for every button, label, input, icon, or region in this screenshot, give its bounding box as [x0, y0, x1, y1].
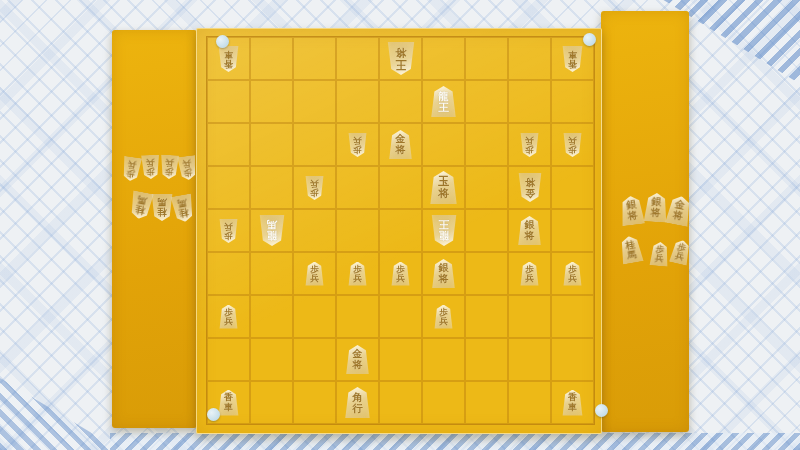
- cell-2a[interactable]: [508, 37, 551, 80]
- cell-3e[interactable]: [465, 209, 508, 252]
- kanji-glyph: 角: [352, 392, 363, 403]
- cell-1e[interactable]: [551, 209, 594, 252]
- cell-2g[interactable]: [508, 295, 551, 338]
- piece-gote-king-5a[interactable]: 王将: [387, 42, 415, 75]
- kanji-glyph: 王: [438, 220, 449, 231]
- cell-6e[interactable]: [336, 209, 379, 252]
- kanji-glyph: 龍: [438, 231, 449, 242]
- cell-2e[interactable]: 銀将: [508, 209, 551, 252]
- cell-7g[interactable]: [293, 295, 336, 338]
- piece-sente-bishop-6i[interactable]: 角行: [345, 387, 371, 418]
- cell-5i[interactable]: [379, 381, 422, 424]
- kanji-glyph: 兵: [165, 158, 174, 167]
- kanji-glyph: 金: [525, 188, 535, 198]
- kanji-glyph: 兵: [439, 317, 448, 326]
- kanji-glyph: 馬: [266, 220, 277, 231]
- cell-1g[interactable]: [551, 295, 594, 338]
- cell-3g[interactable]: [465, 295, 508, 338]
- cell-4c[interactable]: [422, 123, 465, 166]
- kanji-glyph: 兵: [396, 274, 405, 283]
- cell-2h[interactable]: [508, 338, 551, 381]
- cell-4a[interactable]: [422, 37, 465, 80]
- cell-5b[interactable]: [379, 80, 422, 123]
- piece-sente-pawn-1f[interactable]: 歩兵: [563, 262, 582, 286]
- cell-9f[interactable]: [207, 252, 250, 295]
- kanji-glyph: 兵: [655, 254, 664, 263]
- piece-gote-pawn-7d[interactable]: 歩兵: [305, 176, 324, 200]
- corner-sticker-top-right: [583, 33, 596, 46]
- cell-1b[interactable]: [551, 80, 594, 123]
- cell-8f[interactable]: [250, 252, 293, 295]
- kanji-glyph: 車: [224, 49, 233, 58]
- cell-1f[interactable]: 歩兵: [551, 252, 594, 295]
- cell-8e[interactable]: 龍馬: [250, 209, 293, 252]
- cell-3a[interactable]: [465, 37, 508, 80]
- shogi-scene: 香車王将香車龍王歩兵金将歩兵歩兵歩兵玉将金将歩兵龍馬龍王銀将歩兵歩兵歩兵銀将歩兵…: [0, 0, 800, 450]
- tablecloth-stripe-bottom: [110, 433, 800, 450]
- cell-4e[interactable]: 龍王: [422, 209, 465, 252]
- kanji-glyph: 兵: [127, 160, 137, 170]
- kanji-glyph: 車: [224, 403, 233, 412]
- cell-5g[interactable]: [379, 295, 422, 338]
- kanji-glyph: 歩: [146, 167, 155, 176]
- piece-sente-silver-2e[interactable]: 銀将: [518, 216, 542, 245]
- cell-5e[interactable]: [379, 209, 422, 252]
- cell-4g[interactable]: 歩兵: [422, 295, 465, 338]
- piece-sente-pawn-9g[interactable]: 歩兵: [219, 305, 238, 329]
- shogi-grid: 香車王将香車龍王歩兵金将歩兵歩兵歩兵玉将金将歩兵龍馬龍王銀将歩兵歩兵歩兵銀将歩兵…: [207, 37, 594, 424]
- cell-6g[interactable]: [336, 295, 379, 338]
- kanji-glyph: 馬: [177, 198, 188, 209]
- kanji-glyph: 兵: [568, 274, 577, 283]
- kanji-glyph: 兵: [568, 136, 577, 145]
- cell-1i[interactable]: 香車: [551, 381, 594, 424]
- cell-2i[interactable]: [508, 381, 551, 424]
- cell-4h[interactable]: [422, 338, 465, 381]
- cell-7b[interactable]: [293, 80, 336, 123]
- cell-4i[interactable]: [422, 381, 465, 424]
- kanji-glyph: 銀: [439, 263, 449, 273]
- piece-sente-lance-1i[interactable]: 香車: [562, 390, 583, 416]
- piece-sente-gold-5c[interactable]: 金将: [389, 130, 413, 159]
- cell-8h[interactable]: [250, 338, 293, 381]
- cell-6h[interactable]: 金将: [336, 338, 379, 381]
- piece-sente-pawn-6f[interactable]: 歩兵: [348, 262, 367, 286]
- kanji-glyph: 兵: [146, 158, 155, 167]
- kanji-glyph: 兵: [224, 317, 233, 326]
- cell-5c[interactable]: 金将: [379, 123, 422, 166]
- kanji-glyph: 車: [568, 403, 577, 412]
- cell-3h[interactable]: [465, 338, 508, 381]
- cell-1h[interactable]: [551, 338, 594, 381]
- corner-sticker-bottom-left: [207, 408, 220, 421]
- cell-9e[interactable]: 歩兵: [207, 209, 250, 252]
- kanji-glyph: 車: [568, 49, 577, 58]
- cell-9g[interactable]: 歩兵: [207, 295, 250, 338]
- cell-9b[interactable]: [207, 80, 250, 123]
- kanji-glyph: 龍: [438, 91, 449, 102]
- cell-6f[interactable]: 歩兵: [336, 252, 379, 295]
- kanji-glyph: 龍: [266, 231, 277, 242]
- cell-7e[interactable]: [293, 209, 336, 252]
- cell-4f[interactable]: 銀将: [422, 252, 465, 295]
- kanji-glyph: 桂: [157, 208, 167, 218]
- piece-sente-king-4d[interactable]: 玉将: [430, 171, 458, 204]
- cell-7c[interactable]: [293, 123, 336, 166]
- kanji-glyph: 銀: [525, 220, 535, 230]
- cell-8a[interactable]: [250, 37, 293, 80]
- kanji-glyph: 兵: [310, 179, 319, 188]
- kanji-glyph: 兵: [224, 222, 233, 231]
- piece-sente-dragon-4b[interactable]: 龍王: [431, 86, 457, 117]
- shogi-board: 香車王将香車龍王歩兵金将歩兵歩兵歩兵玉将金将歩兵龍馬龍王銀将歩兵歩兵歩兵銀将歩兵…: [196, 28, 602, 434]
- kanji-glyph: 将: [650, 207, 661, 218]
- komadai-left-gote: [112, 30, 197, 428]
- cell-1c[interactable]: 歩兵: [551, 123, 594, 166]
- piece-gote-pawn-1c[interactable]: 歩兵: [563, 133, 582, 157]
- piece-gote-gold-2d[interactable]: 金将: [518, 173, 542, 202]
- cell-7h[interactable]: [293, 338, 336, 381]
- kanji-glyph: 将: [395, 47, 406, 58]
- cell-6d[interactable]: [336, 166, 379, 209]
- cell-8g[interactable]: [250, 295, 293, 338]
- cell-4d[interactable]: 玉将: [422, 166, 465, 209]
- piece-gote-lance-1a[interactable]: 香車: [562, 46, 583, 72]
- cell-7f[interactable]: 歩兵: [293, 252, 336, 295]
- cell-5f[interactable]: 歩兵: [379, 252, 422, 295]
- cell-3c[interactable]: [465, 123, 508, 166]
- cell-9d[interactable]: [207, 166, 250, 209]
- corner-sticker-top-left: [216, 35, 229, 48]
- cell-3i[interactable]: [465, 381, 508, 424]
- piece-sente-pawn-4g[interactable]: 歩兵: [434, 305, 453, 329]
- kanji-glyph: 兵: [182, 159, 191, 169]
- piece-gote-pawn-6c[interactable]: 歩兵: [348, 133, 367, 157]
- cell-9h[interactable]: [207, 338, 250, 381]
- cell-3b[interactable]: [465, 80, 508, 123]
- cell-5h[interactable]: [379, 338, 422, 381]
- piece-gote-horse-8e[interactable]: 龍馬: [259, 215, 285, 246]
- cell-4b[interactable]: 龍王: [422, 80, 465, 123]
- piece-gote-dragon-4e[interactable]: 龍王: [431, 215, 457, 246]
- piece-sente-pawn-7f[interactable]: 歩兵: [305, 262, 324, 286]
- cell-2f[interactable]: 歩兵: [508, 252, 551, 295]
- kanji-glyph: 王: [438, 102, 449, 113]
- cell-6c[interactable]: 歩兵: [336, 123, 379, 166]
- cell-7d[interactable]: 歩兵: [293, 166, 336, 209]
- kanji-glyph: 将: [353, 360, 363, 370]
- cell-6a[interactable]: [336, 37, 379, 80]
- cell-2b[interactable]: [508, 80, 551, 123]
- kanji-glyph: 兵: [353, 274, 362, 283]
- cell-5d[interactable]: [379, 166, 422, 209]
- cell-7i[interactable]: [293, 381, 336, 424]
- kanji-glyph: 兵: [310, 274, 319, 283]
- kanji-glyph: 王: [395, 59, 406, 70]
- kanji-glyph: 将: [672, 210, 684, 222]
- kanji-glyph: 将: [439, 274, 449, 284]
- cell-8i[interactable]: [250, 381, 293, 424]
- piece-sente-lance-9i[interactable]: 香車: [218, 390, 239, 416]
- cell-8c[interactable]: [250, 123, 293, 166]
- kanji-glyph: 馬: [136, 195, 147, 206]
- kanji-glyph: 将: [525, 177, 535, 187]
- cell-3f[interactable]: [465, 252, 508, 295]
- kanji-glyph: 馬: [626, 249, 637, 260]
- corner-sticker-bottom-right: [595, 404, 608, 417]
- kanji-glyph: 将: [627, 210, 638, 221]
- kanji-glyph: 玉: [438, 176, 449, 187]
- cell-6i[interactable]: 角行: [336, 381, 379, 424]
- cell-8d[interactable]: [250, 166, 293, 209]
- cell-1d[interactable]: [551, 166, 594, 209]
- piece-sente-silver-4f[interactable]: 銀将: [432, 259, 456, 288]
- kanji-glyph: 将: [438, 188, 449, 199]
- cell-2c[interactable]: 歩兵: [508, 123, 551, 166]
- cell-6b[interactable]: [336, 80, 379, 123]
- cell-3d[interactable]: [465, 166, 508, 209]
- piece-sente-pawn-5f[interactable]: 歩兵: [391, 262, 410, 286]
- cell-2d[interactable]: 金将: [508, 166, 551, 209]
- kanji-glyph: 馬: [157, 198, 167, 208]
- kanji-glyph: 将: [396, 145, 406, 155]
- kanji-glyph: 金: [353, 349, 363, 359]
- piece-gote-pawn-2c[interactable]: 歩兵: [520, 133, 539, 157]
- piece-gote-lance-9a[interactable]: 香車: [218, 46, 239, 72]
- kanji-glyph: 兵: [674, 251, 684, 261]
- kanji-glyph: 将: [525, 231, 535, 241]
- kanji-glyph: 兵: [353, 136, 362, 145]
- kanji-glyph: 兵: [525, 136, 534, 145]
- piece-gote-pawn-9e[interactable]: 歩兵: [219, 219, 238, 243]
- piece-sente-pawn-2f[interactable]: 歩兵: [520, 262, 539, 286]
- kanji-glyph: 行: [352, 403, 363, 414]
- cell-7a[interactable]: [293, 37, 336, 80]
- kanji-glyph: 金: [396, 134, 406, 144]
- cell-9c[interactable]: [207, 123, 250, 166]
- piece-sente-gold-6h[interactable]: 金将: [346, 345, 370, 374]
- cell-8b[interactable]: [250, 80, 293, 123]
- kanji-glyph: 兵: [525, 274, 534, 283]
- cell-5a[interactable]: 王将: [379, 37, 422, 80]
